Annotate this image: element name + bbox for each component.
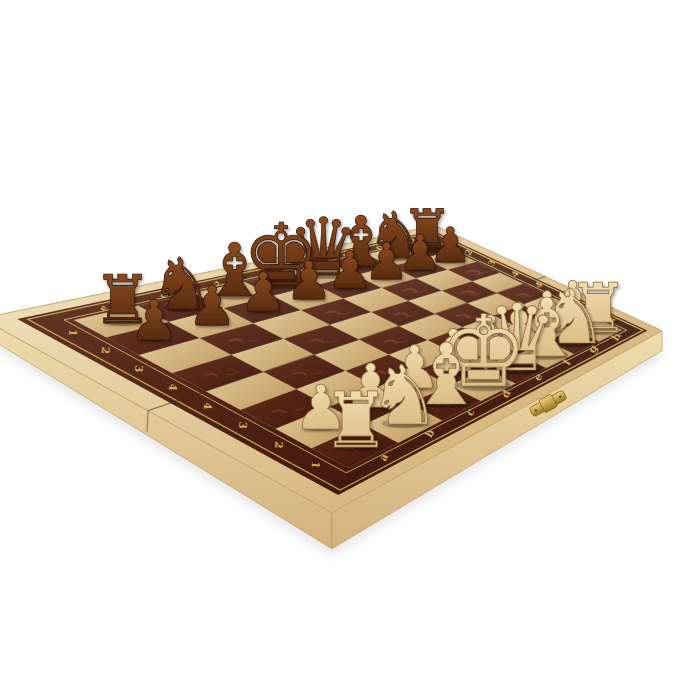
piece-black-pawn-e7: ♟ <box>326 240 372 300</box>
piece-black-pawn-a7: ♟ <box>129 288 179 353</box>
piece-black-pawn-b7: ♟ <box>187 274 236 338</box>
piece-black-pawn-c7: ♟ <box>239 261 287 324</box>
piece-black-pawn-d7: ♟ <box>285 250 332 311</box>
piece-white-rook-a1: ♜ <box>322 376 391 465</box>
chess-board: 12344321abcdefgh12344321abcdefgh♜♞♟♝♟♛♟♚… <box>0 0 700 700</box>
chess-set-photo: 12344321abcdefgh12344321abcdefgh♜♞♟♝♟♛♟♚… <box>0 0 700 700</box>
